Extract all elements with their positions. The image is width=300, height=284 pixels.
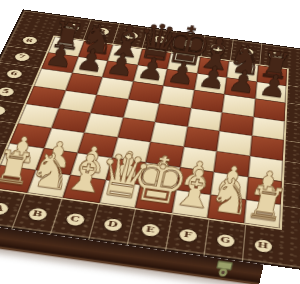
piece-black-pawn: ♟ bbox=[74, 44, 107, 76]
chess-board: ABCDEFGH 87654321 ♜♞♝♛♚♝♞♜♟♟♟♟♟♟♟♟♟♟♟♟♟♟… bbox=[0, 9, 300, 274]
coin-d: D bbox=[102, 217, 122, 231]
coin-5: 5 bbox=[0, 86, 15, 96]
coin-g: G bbox=[216, 233, 234, 247]
square-g1: ♞ bbox=[207, 194, 245, 223]
coin-e: E bbox=[140, 223, 159, 237]
coin-7: 7 bbox=[13, 52, 30, 61]
coord-file-f: F bbox=[165, 215, 208, 256]
piece-black-pawn: ♟ bbox=[104, 48, 137, 80]
coin-h: H bbox=[254, 238, 272, 252]
coin-1: 1 bbox=[299, 215, 300, 228]
coin-f: F bbox=[178, 228, 197, 242]
square-e6 bbox=[159, 86, 194, 108]
square-d6 bbox=[128, 81, 163, 103]
piece-black-pawn: ♟ bbox=[257, 70, 290, 102]
piece-black-pawn: ♟ bbox=[135, 52, 168, 84]
square-h1: ♜ bbox=[244, 199, 281, 228]
piece-black-pawn: ♟ bbox=[226, 65, 259, 97]
coin-6: 6 bbox=[5, 69, 23, 79]
coin-8: 8 bbox=[21, 36, 38, 45]
coin-b: B bbox=[27, 207, 48, 221]
coord-file-h: H bbox=[242, 225, 282, 267]
square-g6 bbox=[222, 94, 255, 116]
coord-file-g: G bbox=[203, 220, 245, 262]
coin-c: C bbox=[65, 212, 86, 226]
board-grid: ♜♞♝♛♚♝♞♜♟♟♟♟♟♟♟♟♟♟♟♟♟♟♟♟♜♞♝♛♚♝♞♜ bbox=[0, 36, 289, 231]
coord-file-e: E bbox=[127, 209, 172, 250]
board-tilt: ABCDEFGH 87654321 ♜♞♝♛♚♝♞♜♟♟♟♟♟♟♟♟♟♟♟♟♟♟… bbox=[115, 0, 195, 284]
square-b1: ♞ bbox=[27, 170, 71, 198]
coin-4: 4 bbox=[0, 105, 6, 116]
photo-stage[interactable]: ABCDEFGH 87654321 ♜♞♝♛♚♝♞♜♟♟♟♟♟♟♟♟♟♟♟♟♟♟… bbox=[0, 0, 300, 284]
square-d1: ♛ bbox=[99, 180, 141, 208]
clasp-latch-icon bbox=[214, 260, 234, 277]
square-h5 bbox=[252, 117, 285, 141]
piece-black-pawn: ♟ bbox=[165, 57, 198, 89]
piece-black-pawn: ♟ bbox=[44, 40, 77, 72]
coin-a: A bbox=[0, 202, 10, 216]
